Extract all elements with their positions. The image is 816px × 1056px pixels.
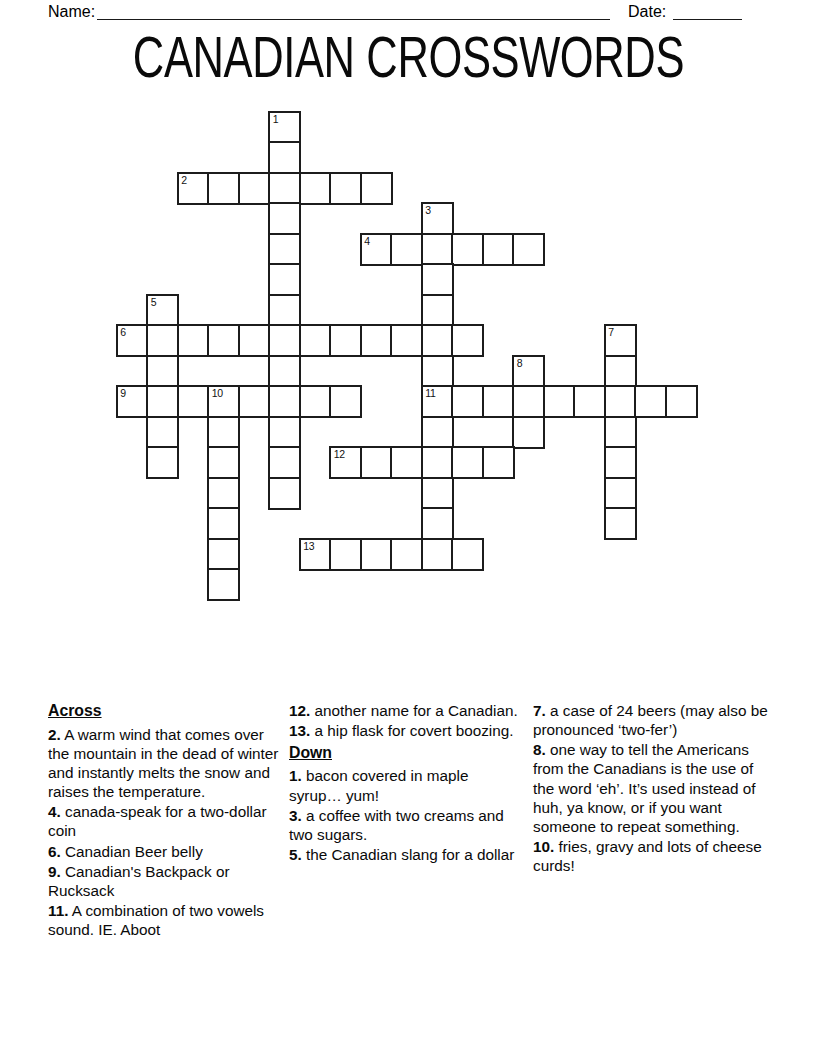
page-title: CANADIAN CROSSWORDS: [0, 28, 816, 86]
across-clues-list-continued: 12. another name for a Canadian.13. a hi…: [289, 701, 521, 740]
clue-number: 7.: [533, 702, 546, 719]
crossword-cell-r4c11[interactable]: [451, 233, 484, 266]
clue-item-9: 9. Canadian's Backpack or Rucksack: [48, 862, 285, 900]
clue-number: 8.: [533, 741, 546, 758]
crossword-cell-r10c13[interactable]: [512, 416, 545, 449]
name-label: Name:: [48, 4, 95, 20]
crossword-cell-r12c3[interactable]: [207, 477, 240, 510]
crossword-cell-r2c7[interactable]: [329, 172, 362, 205]
down-clues-list-continued: 7. a case of 24 beers (may also be prono…: [533, 701, 770, 875]
crossword-cell-r15c3[interactable]: [207, 568, 240, 601]
cell-number: 11: [425, 388, 435, 399]
cell-number: 6: [120, 327, 126, 338]
crossword-cell-r8c10[interactable]: [421, 355, 454, 388]
crossword-cell-r11c12[interactable]: [482, 446, 515, 479]
crossword-cell-r11c10[interactable]: [421, 446, 454, 479]
crossword-cell-r11c16[interactable]: [604, 446, 637, 479]
clue-number: 12.: [289, 702, 310, 719]
crossword-cell-r10c1[interactable]: [146, 416, 179, 449]
crossword-grid: 12345678910111213: [117, 112, 697, 600]
crossword-cell-r11c1[interactable]: [146, 446, 179, 479]
crossword-cell-r8c16[interactable]: [604, 355, 637, 388]
crossword-cell-r9c5[interactable]: [268, 385, 301, 418]
crossword-cell-r14c8[interactable]: [360, 538, 393, 571]
crossword-cell-r2c3[interactable]: [207, 172, 240, 205]
cell-number: 1: [273, 114, 279, 125]
clue-number: 4.: [48, 803, 61, 820]
crossword-cell-r5c10[interactable]: [421, 263, 454, 296]
crossword-cell-r10c10[interactable]: [421, 416, 454, 449]
across-heading: Across: [48, 701, 285, 720]
crossword-cell-r4c13[interactable]: [512, 233, 545, 266]
crossword-cell-r7c6[interactable]: [299, 324, 332, 357]
date-blank-line: [673, 19, 742, 20]
crossword-cell-r14c10[interactable]: [421, 538, 454, 571]
cell-number: 9: [120, 388, 126, 399]
clue-number: 9.: [48, 863, 61, 880]
clue-item-10: 10. fries, gravy and lots of cheese curd…: [533, 837, 770, 875]
clue-item-2: 2. A warm wind that comes over the mount…: [48, 725, 285, 801]
crossword-cell-r14c9[interactable]: [390, 538, 423, 571]
crossword-cell-r11c8[interactable]: [360, 446, 393, 479]
crossword-cell-r12c5[interactable]: [268, 477, 301, 510]
crossword-cell-r7c5[interactable]: [268, 324, 301, 357]
crossword-cell-r1c5[interactable]: [268, 141, 301, 174]
crossword-cell-r0c5[interactable]: 1: [268, 111, 301, 144]
clue-item-7: 7. a case of 24 beers (may also be prono…: [533, 701, 770, 739]
date-label: Date:: [628, 4, 666, 20]
clue-item-5: 5. the Canadian slang for a dollar: [289, 845, 521, 864]
crossword-cell-r10c16[interactable]: [604, 416, 637, 449]
clue-item-8: 8. one way to tell the Americans from th…: [533, 740, 770, 835]
crossword-cell-r7c11[interactable]: [451, 324, 484, 357]
crossword-cell-r9c13[interactable]: [512, 385, 545, 418]
crossword-cell-r5c5[interactable]: [268, 263, 301, 296]
crossword-cell-r9c0[interactable]: 9: [116, 385, 149, 418]
crossword-cell-r12c16[interactable]: [604, 477, 637, 510]
crossword-cell-r14c7[interactable]: [329, 538, 362, 571]
crossword-cell-r4c10[interactable]: [421, 233, 454, 266]
crossword-cell-r9c18[interactable]: [665, 385, 698, 418]
crossword-cell-r12c10[interactable]: [421, 477, 454, 510]
crossword-cell-r10c3[interactable]: [207, 416, 240, 449]
crossword-cell-r4c12[interactable]: [482, 233, 515, 266]
crossword-cell-r9c7[interactable]: [329, 385, 362, 418]
clue-number: 5.: [289, 846, 302, 863]
cell-number: 4: [364, 236, 370, 247]
crossword-cell-r9c2[interactable]: [177, 385, 210, 418]
crossword-cell-r9c12[interactable]: [482, 385, 515, 418]
crossword-cell-r3c5[interactable]: [268, 202, 301, 235]
clue-number: 2.: [48, 726, 61, 743]
crossword-cell-r13c3[interactable]: [207, 507, 240, 540]
crossword-cell-r6c1[interactable]: 5: [146, 294, 179, 327]
crossword-cell-r7c7[interactable]: [329, 324, 362, 357]
clue-item-4: 4. canada-speak for a two-dollar coin: [48, 802, 285, 840]
crossword-cell-r2c4[interactable]: [238, 172, 271, 205]
crossword-cell-r9c6[interactable]: [299, 385, 332, 418]
crossword-cell-r4c5[interactable]: [268, 233, 301, 266]
crossword-cell-r13c10[interactable]: [421, 507, 454, 540]
clue-number: 13.: [289, 722, 310, 739]
down-clues-list: 1. bacon covered in maple syrup… yum!3. …: [289, 766, 521, 864]
crossword-cell-r2c6[interactable]: [299, 172, 332, 205]
crossword-cell-r7c2[interactable]: [177, 324, 210, 357]
crossword-cell-r4c9[interactable]: [390, 233, 423, 266]
crossword-cell-r9c1[interactable]: [146, 385, 179, 418]
crossword-cell-r14c11[interactable]: [451, 538, 484, 571]
crossword-cell-r7c0[interactable]: 6: [116, 324, 149, 357]
cell-number: 10: [212, 388, 223, 399]
cell-number: 5: [151, 297, 157, 308]
cell-number: 7: [608, 327, 614, 338]
crossword-cell-r10c5[interactable]: [268, 416, 301, 449]
crossword-cell-r11c11[interactable]: [451, 446, 484, 479]
crossword-cell-r9c3[interactable]: 10: [207, 385, 240, 418]
crossword-cell-r4c8[interactable]: 4: [360, 233, 393, 266]
crossword-cell-r11c3[interactable]: [207, 446, 240, 479]
cell-number: 3: [425, 205, 431, 216]
crossword-cell-r11c9[interactable]: [390, 446, 423, 479]
cell-number: 2: [181, 175, 187, 186]
clue-item-1: 1. bacon covered in maple syrup… yum!: [289, 766, 521, 804]
clue-number: 11.: [48, 902, 68, 919]
crossword-cell-r7c16[interactable]: 7: [604, 324, 637, 357]
crossword-cell-r9c17[interactable]: [634, 385, 667, 418]
clues-column-3: 7. a case of 24 beers (may also be prono…: [533, 701, 770, 876]
crossword-cell-r9c4[interactable]: [238, 385, 271, 418]
clue-item-3: 3. a coffee with two creams and two suga…: [289, 806, 521, 844]
clue-item-13: 13. a hip flask for covert boozing.: [289, 721, 521, 740]
crossword-cell-r7c3[interactable]: [207, 324, 240, 357]
clue-number: 3.: [289, 807, 302, 824]
crossword-cell-r6c10[interactable]: [421, 294, 454, 327]
crossword-cell-r14c6[interactable]: 13: [299, 538, 332, 571]
clue-number: 10.: [533, 838, 554, 855]
crossword-cell-r11c7[interactable]: 12: [329, 446, 362, 479]
crossword-cell-r3c10[interactable]: 3: [421, 202, 454, 235]
crossword-cell-r7c1[interactable]: [146, 324, 179, 357]
crossword-cell-r9c14[interactable]: [543, 385, 576, 418]
crossword-cell-r9c16[interactable]: [604, 385, 637, 418]
crossword-cell-r6c5[interactable]: [268, 294, 301, 327]
crossword-cell-r2c8[interactable]: [360, 172, 393, 205]
crossword-cell-r2c5[interactable]: [268, 172, 301, 205]
clue-number: 6.: [48, 843, 61, 860]
crossword-cell-r13c16[interactable]: [604, 507, 637, 540]
crossword-cell-r7c4[interactable]: [238, 324, 271, 357]
across-clues-list: 2. A warm wind that comes over the mount…: [48, 725, 285, 940]
crossword-cell-r9c15[interactable]: [573, 385, 606, 418]
crossword-cell-r2c2[interactable]: 2: [177, 172, 210, 205]
cell-number: 13: [303, 541, 314, 552]
clues-column-1: Across 2. A warm wind that comes over th…: [48, 701, 285, 941]
crossword-cell-r11c5[interactable]: [268, 446, 301, 479]
cell-number: 12: [334, 449, 345, 460]
clues-column-2: 12. another name for a Canadian.13. a hi…: [289, 701, 521, 866]
clue-item-12: 12. another name for a Canadian.: [289, 701, 521, 720]
name-blank-line: [97, 19, 610, 20]
crossword-cell-r8c1[interactable]: [146, 355, 179, 388]
clue-item-6: 6. Canadian Beer belly: [48, 842, 285, 861]
crossword-cell-r9c10[interactable]: 11: [421, 385, 454, 418]
crossword-cell-r8c5[interactable]: [268, 355, 301, 388]
worksheet-page: { "game": "crossword", "title": "CANADIA…: [0, 0, 816, 1056]
down-heading: Down: [289, 743, 521, 762]
crossword-cell-r7c10[interactable]: [421, 324, 454, 357]
crossword-cell-r7c9[interactable]: [390, 324, 423, 357]
clue-number: 1.: [289, 767, 302, 784]
cell-number: 8: [517, 358, 523, 369]
page-title-text: CANADIAN CROSSWORDS: [132, 28, 683, 86]
clue-item-11: 11. A combination of two vowels sound. I…: [48, 901, 285, 939]
crossword-cell-r14c3[interactable]: [207, 538, 240, 571]
crossword-cell-r7c8[interactable]: [360, 324, 393, 357]
crossword-cell-r9c11[interactable]: [451, 385, 484, 418]
crossword-cell-r8c13[interactable]: 8: [512, 355, 545, 388]
